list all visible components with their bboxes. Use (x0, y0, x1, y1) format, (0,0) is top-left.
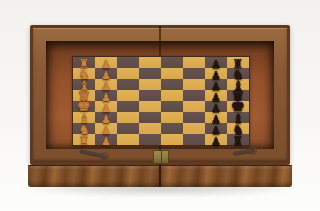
board-square[interactable] (139, 79, 161, 90)
board-square[interactable]: ♟ (205, 112, 227, 123)
board-square[interactable]: ♟ (95, 134, 117, 145)
board-square[interactable] (139, 112, 161, 123)
board-square[interactable]: ♟ (205, 57, 227, 68)
board-square[interactable] (139, 123, 161, 134)
black-rook-piece[interactable]: ♜ (233, 135, 244, 147)
brass-hinge-icon (153, 150, 169, 164)
board-square[interactable] (183, 90, 205, 101)
board-square[interactable] (139, 68, 161, 79)
board-square[interactable] (117, 90, 139, 101)
board-square[interactable]: ♟ (205, 79, 227, 90)
board-square[interactable]: ♟ (205, 68, 227, 79)
board-square[interactable] (139, 57, 161, 68)
board-square[interactable] (161, 101, 183, 112)
board-square[interactable] (139, 90, 161, 101)
chess-board: ♜♟♟♜♞♟♟♞♝♟♟♝♛♟♟♛♚♟♟♚♝♟♟♝♞♟♟♞♜♟♟♜ (72, 56, 250, 146)
board-square[interactable] (161, 68, 183, 79)
board-square[interactable]: ♟ (95, 90, 117, 101)
white-rook-piece[interactable]: ♜ (79, 135, 90, 147)
board-square[interactable] (117, 134, 139, 145)
board-square[interactable] (183, 57, 205, 68)
board-square[interactable]: ♟ (95, 57, 117, 68)
board-square[interactable]: ♟ (95, 79, 117, 90)
board-square[interactable] (183, 101, 205, 112)
board-square[interactable] (183, 123, 205, 134)
board-square[interactable] (117, 68, 139, 79)
board-square[interactable] (139, 134, 161, 145)
board-square[interactable] (117, 57, 139, 68)
board-square[interactable]: ♟ (95, 101, 117, 112)
board-square[interactable]: ♟ (205, 123, 227, 134)
board-square[interactable]: ♞ (73, 123, 95, 134)
board-square[interactable] (117, 101, 139, 112)
board-square[interactable]: ♟ (95, 123, 117, 134)
board-square[interactable] (161, 79, 183, 90)
board-square[interactable]: ♟ (205, 101, 227, 112)
board-square[interactable] (183, 134, 205, 145)
board-square[interactable]: ♟ (95, 68, 117, 79)
board-square[interactable]: ♞ (227, 123, 249, 134)
board-square[interactable] (117, 112, 139, 123)
board-square[interactable] (183, 79, 205, 90)
board-square[interactable] (161, 90, 183, 101)
photo-scene: ♜♟♟♜♞♟♟♞♝♟♟♝♛♟♟♛♚♟♟♚♝♟♟♝♞♟♟♞♜♟♟♜ (0, 0, 320, 211)
board-square[interactable] (117, 79, 139, 90)
black-pawn-piece[interactable]: ♟ (211, 136, 221, 147)
board-square[interactable] (161, 57, 183, 68)
board-square[interactable] (117, 123, 139, 134)
board-square[interactable]: ♟ (205, 90, 227, 101)
board-square[interactable] (161, 134, 183, 145)
white-pawn-piece[interactable]: ♟ (101, 136, 111, 147)
board-square[interactable] (183, 112, 205, 123)
board-square[interactable]: ♟ (95, 112, 117, 123)
board-square[interactable]: ♜ (227, 134, 249, 145)
board-square[interactable]: ♟ (205, 134, 227, 145)
board-square[interactable] (183, 68, 205, 79)
board-square[interactable] (139, 101, 161, 112)
board-square[interactable] (161, 112, 183, 123)
board-square[interactable] (161, 123, 183, 134)
board-square[interactable]: ♜ (73, 134, 95, 145)
